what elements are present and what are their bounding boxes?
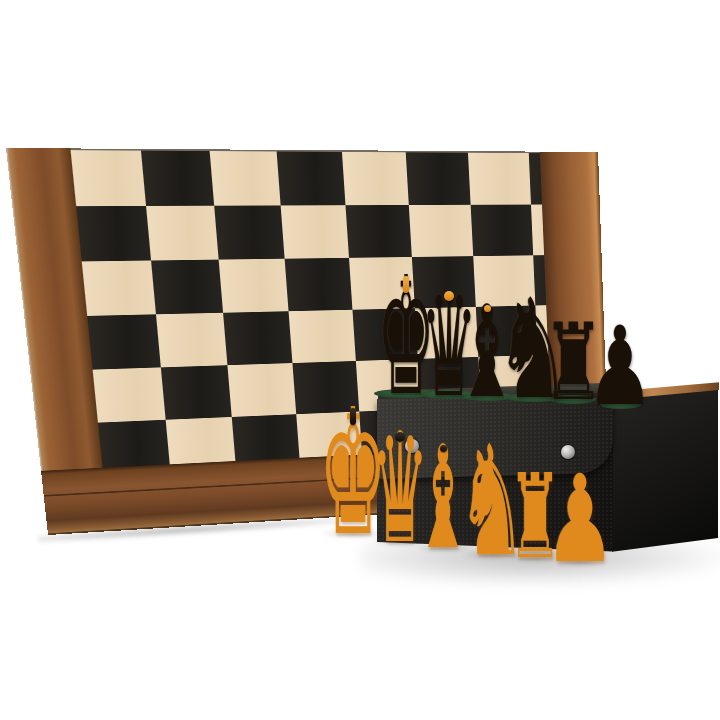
- board-square: [82, 260, 156, 315]
- board-square: [93, 367, 166, 422]
- chess-set-photo: ♚♛♝♞♜♟♚♛♝♞♜♟: [0, 0, 720, 720]
- board-square: [227, 363, 296, 417]
- board-square: [87, 314, 161, 369]
- orange-pawn: ♟: [544, 459, 616, 580]
- board-square: [406, 152, 471, 205]
- black-dot: [440, 445, 447, 452]
- board-square: [468, 153, 531, 205]
- orange-finial: [403, 276, 409, 293]
- board-square: [285, 258, 353, 311]
- board-square: [342, 152, 409, 205]
- black-finial: [350, 408, 356, 425]
- board-square: [214, 205, 284, 259]
- board-square: [156, 313, 227, 368]
- board-square: [219, 259, 289, 313]
- board-square: [471, 205, 534, 257]
- board-square: [141, 151, 214, 206]
- board-square: [151, 260, 223, 315]
- black-pawn: ♟: [586, 312, 654, 421]
- black-ball: [395, 432, 405, 442]
- board-square: [281, 205, 349, 258]
- orange-ball: [444, 291, 454, 301]
- orange-dot: [484, 305, 491, 312]
- board-square: [289, 310, 356, 363]
- board-square: [76, 206, 151, 261]
- board-square: [223, 311, 292, 365]
- board-square: [277, 152, 346, 206]
- board-square: [98, 420, 170, 470]
- board-square: [146, 206, 219, 261]
- board-square: [210, 151, 281, 206]
- board-square: [161, 365, 232, 420]
- board-square: [71, 150, 146, 206]
